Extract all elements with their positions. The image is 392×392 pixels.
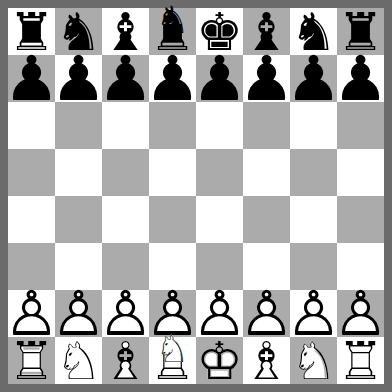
piece-glyph: ♞ (55, 8, 102, 55)
square-b3[interactable] (55, 243, 102, 290)
piece-glyph: ♚ (196, 8, 243, 55)
piece-black-knight-icon[interactable]: ♞ (55, 8, 102, 55)
square-g1[interactable]: ♞♘ (290, 337, 337, 384)
piece-glyph: ♟ (55, 55, 102, 102)
square-f3[interactable] (243, 243, 290, 290)
piece-black-king-icon[interactable]: ♚ (196, 8, 243, 55)
square-g7[interactable]: ♟ (290, 55, 337, 102)
chess-board: ♜♞♝♜♞♚♝♞♜♟♟♟♟♟♟♟♟♟♙♟♙♟♙♟♙♟♙♟♙♟♙♟♙♜♖♞♘♝♗♜… (8, 8, 384, 384)
board-frame: ♜♞♝♜♞♚♝♞♜♟♟♟♟♟♟♟♟♟♙♟♙♟♙♟♙♟♙♟♙♟♙♟♙♜♖♞♘♝♗♜… (0, 0, 392, 392)
square-a8[interactable]: ♜ (8, 8, 55, 55)
square-d3[interactable] (149, 243, 196, 290)
piece-glyph: ♖ (8, 337, 55, 384)
piece-white-pawn-icon[interactable]: ♟♙ (55, 290, 102, 337)
piece-white-pawn-icon[interactable]: ♟♙ (149, 290, 196, 337)
square-a7[interactable]: ♟ (8, 55, 55, 102)
piece-glyph: ♟ (102, 55, 149, 102)
square-e6[interactable] (196, 102, 243, 149)
square-h6[interactable] (337, 102, 384, 149)
piece-white-pawn-icon[interactable]: ♟♙ (337, 290, 384, 337)
square-e8[interactable]: ♚ (196, 8, 243, 55)
piece-glyph: ♙ (290, 290, 337, 337)
piece-white-pawn-icon[interactable]: ♟♙ (290, 290, 337, 337)
square-h2[interactable]: ♟♙ (337, 290, 384, 337)
square-f6[interactable] (243, 102, 290, 149)
square-a1[interactable]: ♜♖ (8, 337, 55, 384)
square-e3[interactable] (196, 243, 243, 290)
square-f7[interactable]: ♟ (243, 55, 290, 102)
square-c2[interactable]: ♟♙ (102, 290, 149, 337)
piece-glyph: ♖ (337, 337, 384, 384)
piece-glyph: ♟ (243, 55, 290, 102)
piece-black-pawn-icon[interactable]: ♟ (243, 55, 290, 102)
piece-black-pawn-icon[interactable]: ♟ (102, 55, 149, 102)
square-e1[interactable]: ♚♔ (196, 337, 243, 384)
square-d6[interactable] (149, 102, 196, 149)
piece-glyph: ♝ (102, 8, 149, 55)
square-a2[interactable]: ♟♙ (8, 290, 55, 337)
square-a4[interactable] (8, 196, 55, 243)
square-h1[interactable]: ♜♖ (337, 337, 384, 384)
piece-glyph: ♟ (243, 290, 290, 337)
piece-glyph: ♚ (196, 337, 243, 384)
square-h7[interactable]: ♟ (337, 55, 384, 102)
square-a5[interactable] (8, 149, 55, 196)
square-d4[interactable] (149, 196, 196, 243)
piece-white-pawn-icon[interactable]: ♟♙ (102, 290, 149, 337)
piece-glyph: ♟ (290, 55, 337, 102)
piece-black-pawn-icon[interactable]: ♟ (290, 55, 337, 102)
piece-glyph: ♜ (149, 8, 196, 55)
square-b1[interactable]: ♞♘ (55, 337, 102, 384)
chess-app: ♜♞♝♜♞♚♝♞♜♟♟♟♟♟♟♟♟♟♙♟♙♟♙♟♙♟♙♟♙♟♙♟♙♜♖♞♘♝♗♜… (0, 0, 392, 392)
piece-glyph: ♙ (8, 290, 55, 337)
piece-black-pawn-icon[interactable]: ♟ (196, 55, 243, 102)
square-b8[interactable]: ♞ (55, 8, 102, 55)
piece-white-king-icon[interactable]: ♚♔ (196, 337, 243, 384)
piece-white-knight-icon[interactable]: ♞♘ (290, 337, 337, 384)
square-b5[interactable] (55, 149, 102, 196)
piece-glyph: ♗ (102, 337, 149, 384)
square-b4[interactable] (55, 196, 102, 243)
square-g8[interactable]: ♞ (290, 8, 337, 55)
piece-glyph: ♟ (149, 290, 196, 337)
square-b2[interactable]: ♟♙ (55, 290, 102, 337)
piece-glyph: ♟ (8, 55, 55, 102)
square-b7[interactable]: ♟ (55, 55, 102, 102)
piece-black-rook-icon[interactable]: ♜ (337, 8, 384, 55)
square-c6[interactable] (102, 102, 149, 149)
square-e7[interactable]: ♟ (196, 55, 243, 102)
piece-glyph: ♙ (55, 290, 102, 337)
piece-white-pawn-icon[interactable]: ♟♙ (196, 290, 243, 337)
piece-glyph: ♞ (156, 3, 190, 37)
square-g2[interactable]: ♟♙ (290, 290, 337, 337)
piece-white-pawn-icon[interactable]: ♟♙ (8, 290, 55, 337)
piece-glyph: ♙ (337, 290, 384, 337)
piece-glyph: ♖ (149, 337, 196, 384)
piece-black-rook-icon[interactable]: ♜ (8, 8, 55, 55)
piece-glyph: ♞ (290, 8, 337, 55)
square-a6[interactable] (8, 102, 55, 149)
square-c1[interactable]: ♝♗ (102, 337, 149, 384)
square-f1[interactable]: ♝♗ (243, 337, 290, 384)
square-a3[interactable] (8, 243, 55, 290)
square-e5[interactable] (196, 149, 243, 196)
square-h8[interactable]: ♜ (337, 8, 384, 55)
piece-black-pawn-icon[interactable]: ♟ (8, 55, 55, 102)
square-c8[interactable]: ♝ (102, 8, 149, 55)
piece-glyph: ♞ (290, 337, 337, 384)
square-g3[interactable] (290, 243, 337, 290)
piece-glyph: ♜ (337, 8, 384, 55)
piece-glyph: ♟ (55, 290, 102, 337)
piece-glyph: ♟ (102, 290, 149, 337)
piece-glyph: ♟ (8, 290, 55, 337)
square-h3[interactable] (337, 243, 384, 290)
piece-white-rook-icon[interactable]: ♜♖ (337, 337, 384, 384)
square-g6[interactable] (290, 102, 337, 149)
piece-glyph: ♟ (290, 290, 337, 337)
piece-glyph: ♙ (149, 290, 196, 337)
piece-white-bishop-icon[interactable]: ♝♗ (243, 337, 290, 384)
piece-glyph: ♝ (243, 337, 290, 384)
piece-black-pawn-icon[interactable]: ♟ (149, 55, 196, 102)
piece-glyph: ♔ (196, 337, 243, 384)
square-c4[interactable] (102, 196, 149, 243)
piece-white-pawn-icon[interactable]: ♟♙ (243, 290, 290, 337)
piece-white-knight-icon[interactable]: ♞♘ (55, 337, 102, 384)
piece-black-chancellor-icon[interactable]: ♜♞ (149, 8, 196, 55)
square-c7[interactable]: ♟ (102, 55, 149, 102)
square-f8[interactable]: ♝ (243, 8, 290, 55)
square-g5[interactable] (290, 149, 337, 196)
square-c5[interactable] (102, 149, 149, 196)
piece-glyph: ♜ (337, 337, 384, 384)
piece-glyph: ♟ (337, 290, 384, 337)
piece-glyph: ♘ (156, 332, 190, 366)
piece-glyph: ♙ (196, 290, 243, 337)
piece-glyph: ♘ (55, 337, 102, 384)
square-e2[interactable]: ♟♙ (196, 290, 243, 337)
piece-glyph: ♜ (8, 337, 55, 384)
piece-glyph: ♘ (290, 337, 337, 384)
piece-glyph: ♟ (196, 55, 243, 102)
square-d1[interactable]: ♜♖♞♘ (149, 337, 196, 384)
square-f5[interactable] (243, 149, 290, 196)
square-f4[interactable] (243, 196, 290, 243)
piece-black-knight-icon[interactable]: ♞ (290, 8, 337, 55)
square-f2[interactable]: ♟♙ (243, 290, 290, 337)
piece-glyph: ♞ (55, 337, 102, 384)
piece-black-pawn-icon[interactable]: ♟ (337, 55, 384, 102)
piece-glyph: ♗ (243, 337, 290, 384)
piece-glyph: ♟ (337, 55, 384, 102)
square-h4[interactable] (337, 196, 384, 243)
piece-black-pawn-icon[interactable]: ♟ (55, 55, 102, 102)
square-e4[interactable] (196, 196, 243, 243)
square-c3[interactable] (102, 243, 149, 290)
square-d5[interactable] (149, 149, 196, 196)
square-d8[interactable]: ♜♞ (149, 8, 196, 55)
square-h5[interactable] (337, 149, 384, 196)
square-d7[interactable]: ♟ (149, 55, 196, 102)
piece-black-bishop-icon[interactable]: ♝ (243, 8, 290, 55)
piece-glyph: ♟ (149, 55, 196, 102)
piece-glyph: ♝ (102, 337, 149, 384)
piece-white-chancellor-icon[interactable]: ♜♖♞♘ (149, 337, 196, 384)
piece-glyph: ♞ (156, 332, 190, 366)
piece-glyph: ♙ (243, 290, 290, 337)
piece-glyph: ♜ (8, 8, 55, 55)
piece-black-bishop-icon[interactable]: ♝ (102, 8, 149, 55)
piece-glyph: ♙ (102, 290, 149, 337)
square-d2[interactable]: ♟♙ (149, 290, 196, 337)
piece-glyph: ♝ (243, 8, 290, 55)
piece-glyph: ♜ (149, 337, 196, 384)
piece-white-bishop-icon[interactable]: ♝♗ (102, 337, 149, 384)
piece-white-rook-icon[interactable]: ♜♖ (8, 337, 55, 384)
square-g4[interactable] (290, 196, 337, 243)
square-b6[interactable] (55, 102, 102, 149)
piece-glyph: ♟ (196, 290, 243, 337)
